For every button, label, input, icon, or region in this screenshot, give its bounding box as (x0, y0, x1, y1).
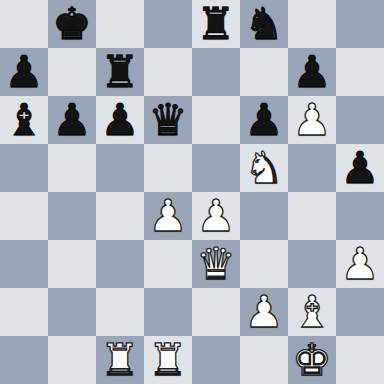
white-knight[interactable]: ♞ (244, 144, 283, 192)
square-e5[interactable] (192, 144, 240, 192)
square-c3[interactable] (96, 240, 144, 288)
square-d6[interactable]: ♛ (144, 96, 192, 144)
square-h3[interactable]: ♟ (336, 240, 384, 288)
square-e1[interactable] (192, 336, 240, 384)
square-h5[interactable]: ♟ (336, 144, 384, 192)
square-e2[interactable] (192, 288, 240, 336)
square-e7[interactable] (192, 48, 240, 96)
black-queen[interactable]: ♛ (148, 96, 187, 144)
square-c5[interactable] (96, 144, 144, 192)
square-c7[interactable]: ♜ (96, 48, 144, 96)
square-f5[interactable]: ♞ (240, 144, 288, 192)
square-h1[interactable] (336, 336, 384, 384)
black-pawn[interactable]: ♟ (52, 96, 91, 144)
white-pawn[interactable]: ♟ (148, 192, 187, 240)
white-king[interactable]: ♚ (292, 336, 331, 384)
square-a3[interactable] (0, 240, 48, 288)
black-pawn[interactable]: ♟ (244, 96, 283, 144)
square-a6[interactable]: ♝ (0, 96, 48, 144)
square-h4[interactable] (336, 192, 384, 240)
square-f4[interactable] (240, 192, 288, 240)
white-bishop[interactable]: ♝ (292, 288, 331, 336)
square-g1[interactable]: ♚ (288, 336, 336, 384)
square-g8[interactable] (288, 0, 336, 48)
square-c6[interactable]: ♟ (96, 96, 144, 144)
black-rook[interactable]: ♜ (196, 0, 235, 48)
square-a4[interactable] (0, 192, 48, 240)
square-d5[interactable] (144, 144, 192, 192)
square-c2[interactable] (96, 288, 144, 336)
square-f2[interactable]: ♟ (240, 288, 288, 336)
square-c4[interactable] (96, 192, 144, 240)
black-pawn[interactable]: ♟ (100, 96, 139, 144)
white-pawn[interactable]: ♟ (244, 288, 283, 336)
square-f8[interactable]: ♞ (240, 0, 288, 48)
square-a7[interactable]: ♟ (0, 48, 48, 96)
square-b3[interactable] (48, 240, 96, 288)
square-g3[interactable] (288, 240, 336, 288)
square-e6[interactable] (192, 96, 240, 144)
square-g2[interactable]: ♝ (288, 288, 336, 336)
square-f3[interactable] (240, 240, 288, 288)
square-h7[interactable] (336, 48, 384, 96)
square-b7[interactable] (48, 48, 96, 96)
white-pawn[interactable]: ♟ (196, 192, 235, 240)
black-knight[interactable]: ♞ (244, 0, 283, 48)
square-h6[interactable] (336, 96, 384, 144)
square-b5[interactable] (48, 144, 96, 192)
square-b2[interactable] (48, 288, 96, 336)
square-e8[interactable]: ♜ (192, 0, 240, 48)
square-f1[interactable] (240, 336, 288, 384)
square-g5[interactable] (288, 144, 336, 192)
square-f6[interactable]: ♟ (240, 96, 288, 144)
white-queen[interactable]: ♛ (196, 240, 235, 288)
square-a2[interactable] (0, 288, 48, 336)
square-g4[interactable] (288, 192, 336, 240)
black-pawn[interactable]: ♟ (292, 48, 331, 96)
square-h2[interactable] (336, 288, 384, 336)
square-d2[interactable] (144, 288, 192, 336)
chess-board-container: ♚♜♞♟♜♟♝♟♟♛♟♟♞♟♟♟♛♟♟♝♜♜♚ (0, 0, 384, 384)
square-d3[interactable] (144, 240, 192, 288)
square-d4[interactable]: ♟ (144, 192, 192, 240)
square-e3[interactable]: ♛ (192, 240, 240, 288)
square-b6[interactable]: ♟ (48, 96, 96, 144)
square-d7[interactable] (144, 48, 192, 96)
square-d1[interactable]: ♜ (144, 336, 192, 384)
square-a8[interactable] (0, 0, 48, 48)
square-g6[interactable]: ♟ (288, 96, 336, 144)
white-pawn[interactable]: ♟ (292, 96, 331, 144)
square-a1[interactable] (0, 336, 48, 384)
square-b4[interactable] (48, 192, 96, 240)
black-pawn[interactable]: ♟ (4, 48, 43, 96)
square-c8[interactable] (96, 0, 144, 48)
white-pawn[interactable]: ♟ (340, 240, 379, 288)
square-h8[interactable] (336, 0, 384, 48)
square-c1[interactable]: ♜ (96, 336, 144, 384)
black-pawn[interactable]: ♟ (340, 144, 379, 192)
square-e4[interactable]: ♟ (192, 192, 240, 240)
white-rook[interactable]: ♜ (148, 336, 187, 384)
white-rook[interactable]: ♜ (100, 336, 139, 384)
square-f7[interactable] (240, 48, 288, 96)
black-king[interactable]: ♚ (52, 0, 91, 48)
black-rook[interactable]: ♜ (100, 48, 139, 96)
square-g7[interactable]: ♟ (288, 48, 336, 96)
black-bishop[interactable]: ♝ (4, 96, 43, 144)
square-b8[interactable]: ♚ (48, 0, 96, 48)
chess-board: ♚♜♞♟♜♟♝♟♟♛♟♟♞♟♟♟♛♟♟♝♜♜♚ (0, 0, 384, 384)
square-a5[interactable] (0, 144, 48, 192)
square-d8[interactable] (144, 0, 192, 48)
square-b1[interactable] (48, 336, 96, 384)
